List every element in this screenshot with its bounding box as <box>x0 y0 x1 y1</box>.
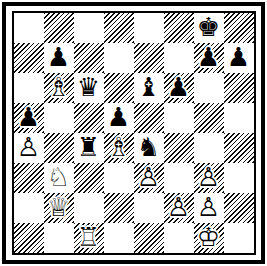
square-b6[interactable]: ♝♗ <box>44 73 74 103</box>
square-f2[interactable]: ♟♙ <box>164 193 194 223</box>
square-f5[interactable] <box>164 103 194 133</box>
piece-white-bishop[interactable]: ♗ <box>44 73 74 103</box>
square-f7[interactable] <box>164 43 194 73</box>
square-b8[interactable] <box>44 13 74 43</box>
square-d1[interactable] <box>104 223 134 253</box>
square-h6[interactable] <box>224 73 254 103</box>
piece-black-king[interactable]: ♚ <box>194 13 224 43</box>
square-f6[interactable]: ♟ <box>164 73 194 103</box>
piece-white-pawn[interactable]: ♙ <box>194 163 224 193</box>
square-b1[interactable] <box>44 223 74 253</box>
square-h5[interactable] <box>224 103 254 133</box>
square-e2[interactable] <box>134 193 164 223</box>
square-f3[interactable] <box>164 163 194 193</box>
square-c3[interactable] <box>74 163 104 193</box>
square-g1[interactable]: ♚♔ <box>194 223 224 253</box>
piece-white-pawn[interactable]: ♙ <box>14 133 44 163</box>
piece-white-queen[interactable]: ♕ <box>44 193 74 223</box>
square-e4[interactable]: ♞ <box>134 133 164 163</box>
piece-white-pawn[interactable]: ♙ <box>164 193 194 223</box>
square-a8[interactable] <box>14 13 44 43</box>
square-b3[interactable]: ♞♘ <box>44 163 74 193</box>
chess-board-inner-border: ♚♟♟♟♝♗♛♝♟♟♟♟♙♜♝♗♞♞♘♟♙♟♙♛♕♟♙♟♙♜♖♚♔ <box>12 11 256 255</box>
piece-white-pawn[interactable]: ♙ <box>134 163 164 193</box>
square-a6[interactable] <box>14 73 44 103</box>
square-h4[interactable] <box>224 133 254 163</box>
square-f4[interactable] <box>164 133 194 163</box>
square-d2[interactable] <box>104 193 134 223</box>
piece-black-pawn[interactable]: ♟ <box>104 103 134 133</box>
piece-white-bishop[interactable]: ♗ <box>104 133 134 163</box>
square-d6[interactable] <box>104 73 134 103</box>
square-c4[interactable]: ♜ <box>74 133 104 163</box>
square-f1[interactable] <box>164 223 194 253</box>
square-e8[interactable] <box>134 13 164 43</box>
square-d4[interactable]: ♝♗ <box>104 133 134 163</box>
square-c5[interactable] <box>74 103 104 133</box>
square-e6[interactable]: ♝ <box>134 73 164 103</box>
piece-black-rook[interactable]: ♜ <box>74 133 104 163</box>
square-h1[interactable] <box>224 223 254 253</box>
piece-black-pawn[interactable]: ♟ <box>164 73 194 103</box>
square-a5[interactable]: ♟ <box>14 103 44 133</box>
square-g2[interactable]: ♟♙ <box>194 193 224 223</box>
square-g8[interactable]: ♚ <box>194 13 224 43</box>
chess-board: ♚♟♟♟♝♗♛♝♟♟♟♟♙♜♝♗♞♞♘♟♙♟♙♛♕♟♙♟♙♜♖♚♔ <box>14 13 254 253</box>
square-b2[interactable]: ♛♕ <box>44 193 74 223</box>
square-a2[interactable] <box>14 193 44 223</box>
piece-black-pawn[interactable]: ♟ <box>194 43 224 73</box>
square-a4[interactable]: ♟♙ <box>14 133 44 163</box>
square-g4[interactable] <box>194 133 224 163</box>
piece-black-knight[interactable]: ♞ <box>134 133 164 163</box>
square-g3[interactable]: ♟♙ <box>194 163 224 193</box>
piece-white-pawn[interactable]: ♙ <box>194 193 224 223</box>
square-d3[interactable] <box>104 163 134 193</box>
square-c6[interactable]: ♛ <box>74 73 104 103</box>
piece-black-pawn[interactable]: ♟ <box>14 103 44 133</box>
piece-white-rook[interactable]: ♖ <box>74 223 104 253</box>
piece-white-king[interactable]: ♔ <box>194 223 224 253</box>
piece-black-bishop[interactable]: ♝ <box>134 73 164 103</box>
square-b7[interactable]: ♟ <box>44 43 74 73</box>
square-g7[interactable]: ♟ <box>194 43 224 73</box>
square-e7[interactable] <box>134 43 164 73</box>
square-h2[interactable] <box>224 193 254 223</box>
square-e1[interactable] <box>134 223 164 253</box>
square-a1[interactable] <box>14 223 44 253</box>
diagram-page: ♚♟♟♟♝♗♛♝♟♟♟♟♙♜♝♗♞♞♘♟♙♟♙♛♕♟♙♟♙♜♖♚♔ <box>0 0 267 266</box>
square-b5[interactable] <box>44 103 74 133</box>
square-a3[interactable] <box>14 163 44 193</box>
square-d8[interactable] <box>104 13 134 43</box>
piece-black-pawn[interactable]: ♟ <box>44 43 74 73</box>
piece-black-queen[interactable]: ♛ <box>74 73 104 103</box>
square-h7[interactable]: ♟ <box>224 43 254 73</box>
square-e5[interactable] <box>134 103 164 133</box>
square-e3[interactable]: ♟♙ <box>134 163 164 193</box>
square-c1[interactable]: ♜♖ <box>74 223 104 253</box>
square-a7[interactable] <box>14 43 44 73</box>
square-h8[interactable] <box>224 13 254 43</box>
square-g5[interactable] <box>194 103 224 133</box>
square-g6[interactable] <box>194 73 224 103</box>
square-h3[interactable] <box>224 163 254 193</box>
piece-white-knight[interactable]: ♘ <box>44 163 74 193</box>
square-d7[interactable] <box>104 43 134 73</box>
chess-board-frame: ♚♟♟♟♝♗♛♝♟♟♟♟♙♜♝♗♞♞♘♟♙♟♙♛♕♟♙♟♙♜♖♚♔ <box>2 2 265 264</box>
square-b4[interactable] <box>44 133 74 163</box>
square-f8[interactable] <box>164 13 194 43</box>
square-c2[interactable] <box>74 193 104 223</box>
square-c7[interactable] <box>74 43 104 73</box>
square-c8[interactable] <box>74 13 104 43</box>
piece-black-pawn[interactable]: ♟ <box>224 43 254 73</box>
square-d5[interactable]: ♟ <box>104 103 134 133</box>
